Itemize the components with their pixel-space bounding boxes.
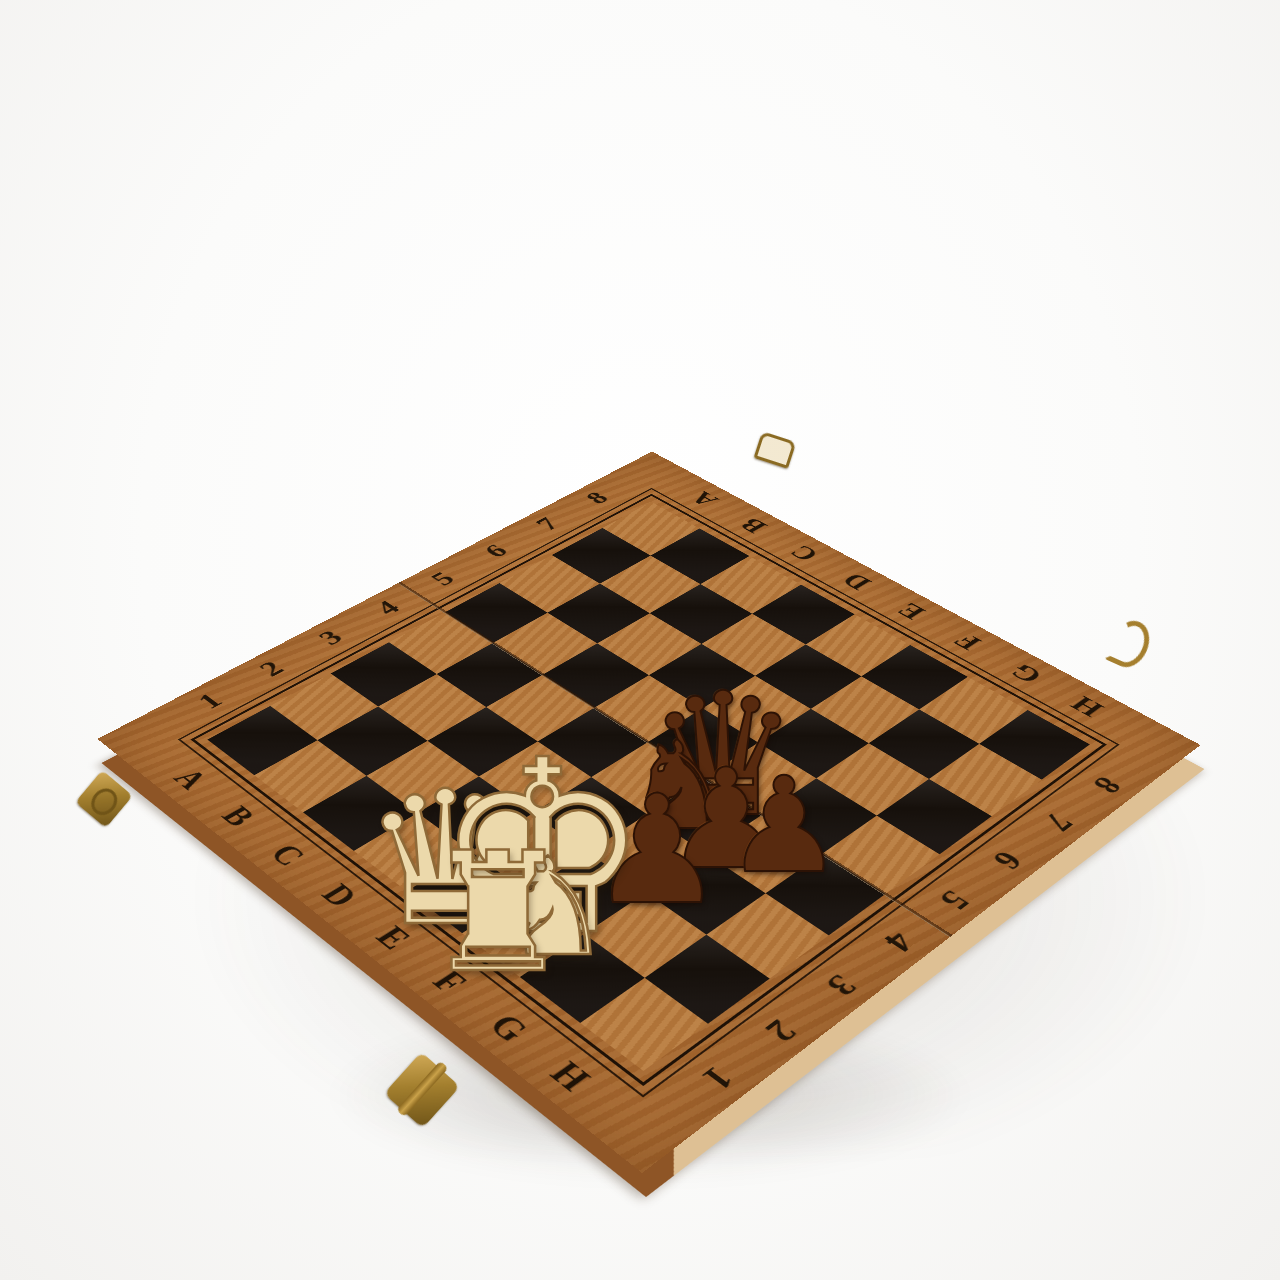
product-photo-stage: ABCDEFGH ABCDEFGH 87654321 87654321 ♛♚♜♞… <box>0 0 1280 1280</box>
black-pawn-h4: ♟ <box>725 759 843 891</box>
white-rook-g1: ♜ <box>424 831 572 996</box>
